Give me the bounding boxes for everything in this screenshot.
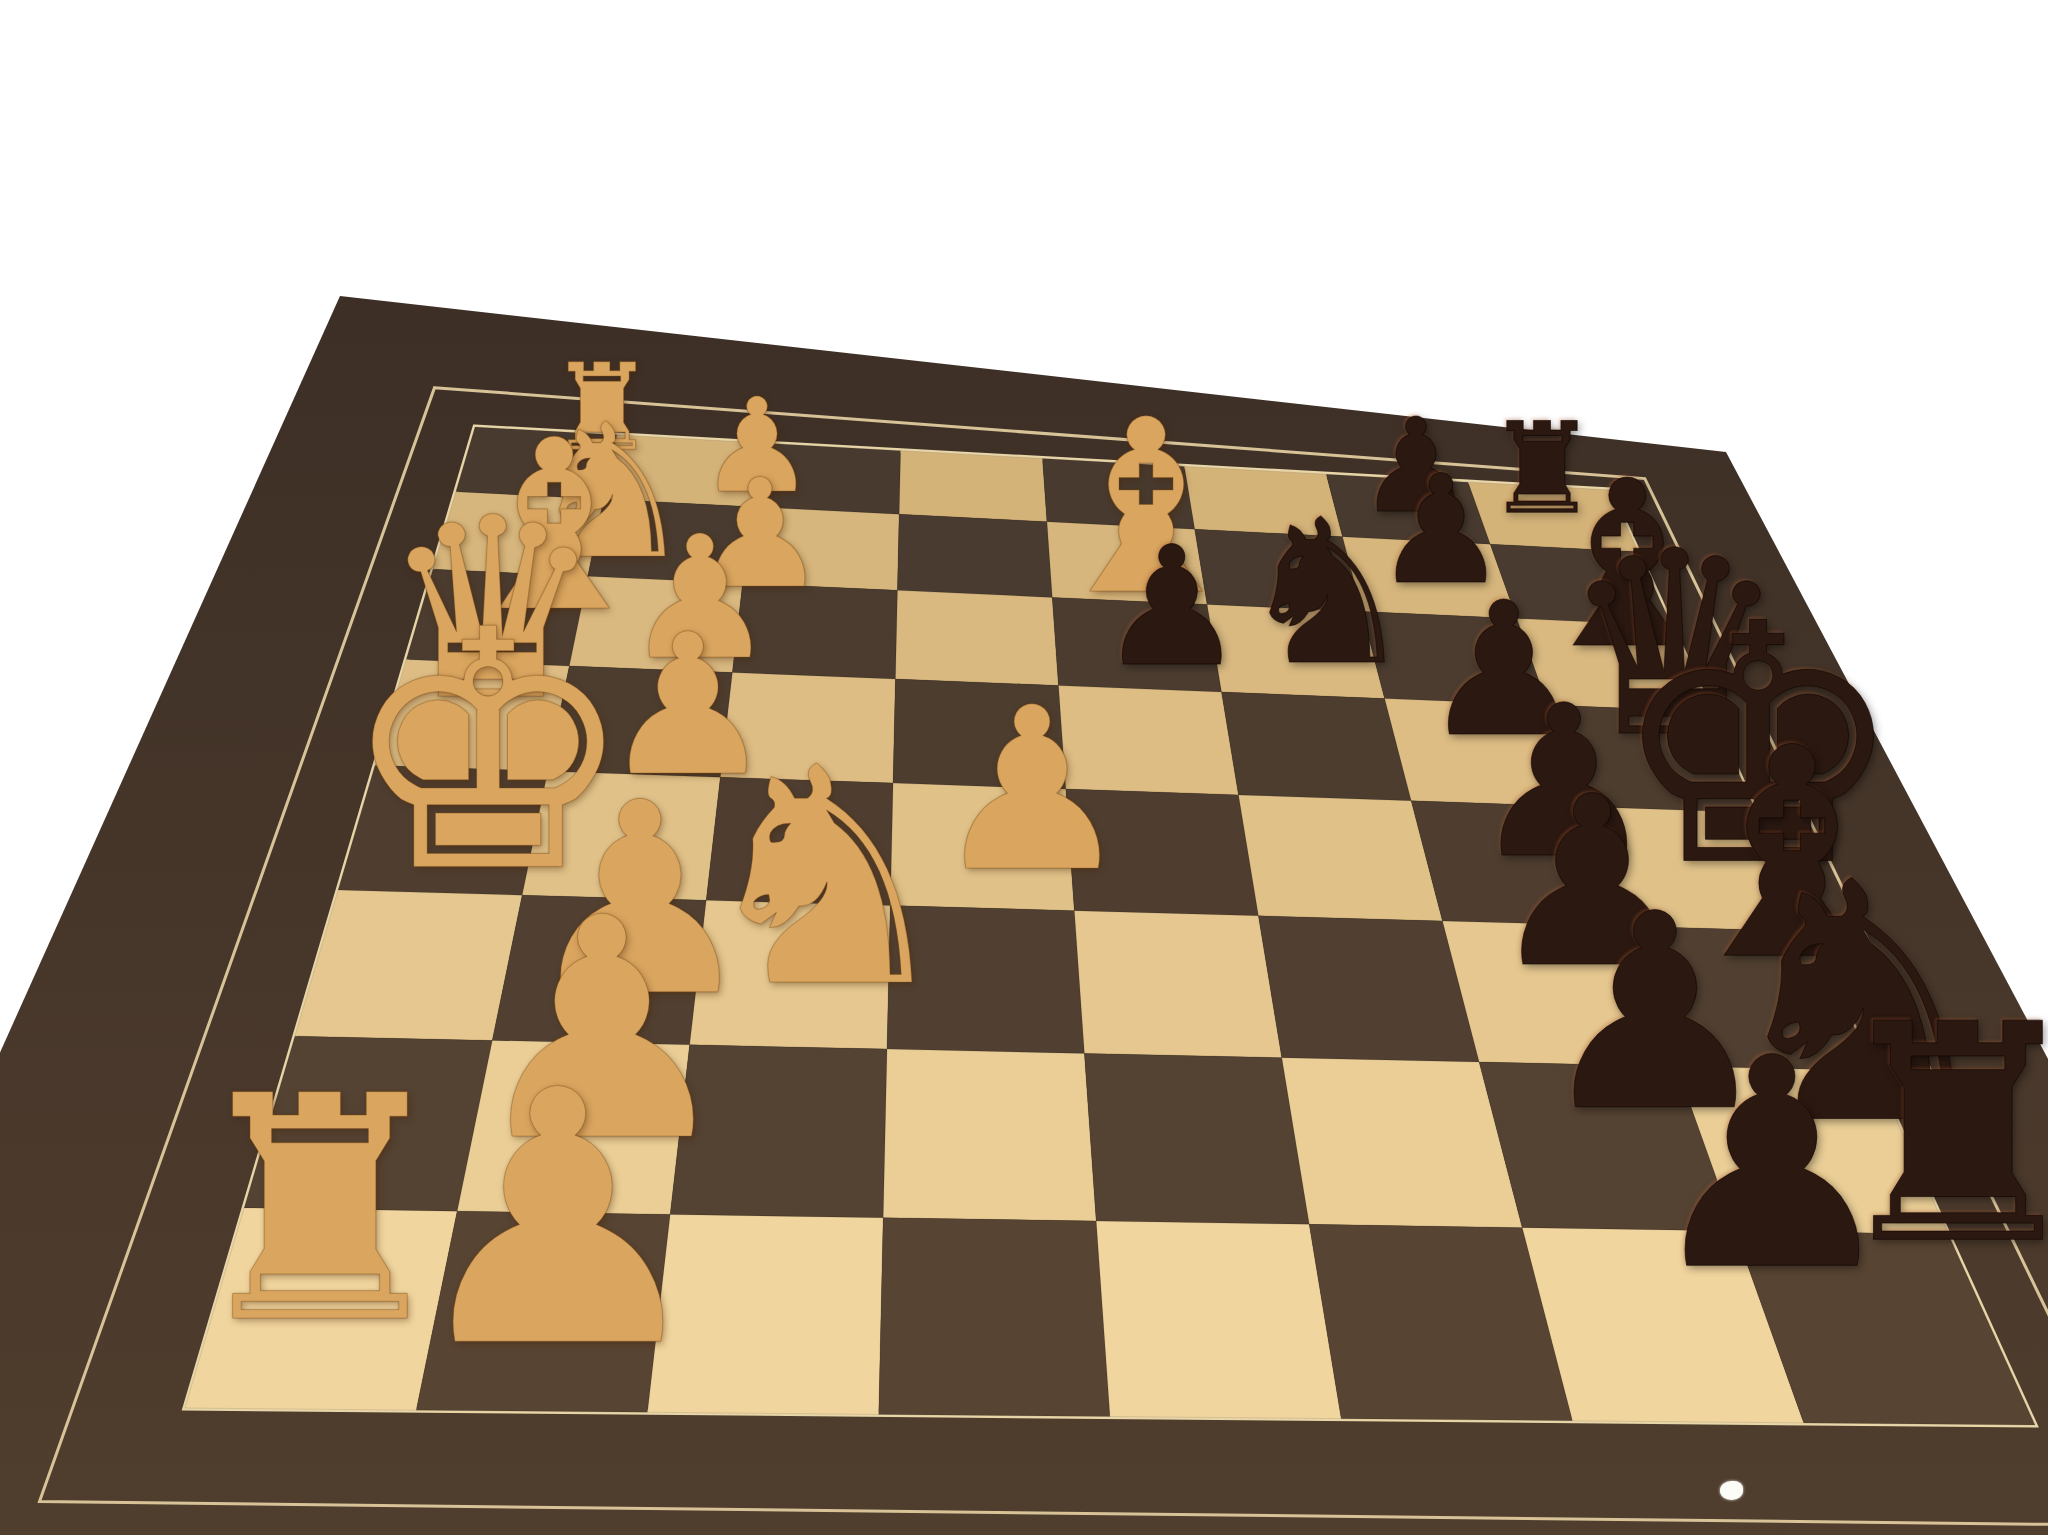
dust-speck [1720, 1481, 1743, 1500]
piece-black-P-h7[interactable]: ♟ [1642, 1020, 1902, 1310]
square-h5[interactable] [1096, 1221, 1341, 1419]
square-b4[interactable] [897, 514, 1052, 597]
piece-black-P-c5[interactable]: ♟ [1098, 525, 1246, 690]
square-e6[interactable] [1238, 795, 1442, 921]
square-h4[interactable] [879, 1218, 1110, 1417]
square-a4[interactable] [899, 451, 1047, 522]
square-f5[interactable] [1074, 911, 1281, 1058]
piece-white-P-e4[interactable]: ♟ [931, 678, 1133, 903]
square-g4[interactable] [883, 1049, 1096, 1221]
chess-photo-scene: ♜♞♝♛♚♜♝♞♟♟♟♟♟♟♟♟♜♝♛♚♝♞♜♞♟♟♟♟♟♟♟♟ [0, 0, 2048, 1535]
piece-white-P-h2[interactable]: ♟ [401, 1045, 715, 1395]
square-f6[interactable] [1258, 916, 1479, 1062]
square-g5[interactable] [1084, 1053, 1309, 1224]
